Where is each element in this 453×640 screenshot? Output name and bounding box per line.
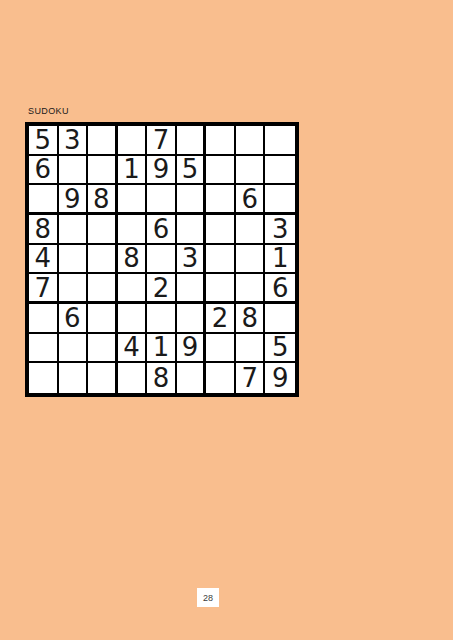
- sudoku-cell-r3c6: [177, 185, 207, 215]
- sudoku-cell-r6c1: 7: [29, 274, 59, 304]
- sudoku-cell-r5c8: [236, 245, 266, 275]
- sudoku-cell-r8c3: [88, 334, 118, 364]
- sudoku-cell-r8c8: [236, 334, 266, 364]
- document-page: SUDOKU 537619598686348317266284195879 28: [0, 0, 453, 640]
- sudoku-cell-r3c9: [265, 185, 295, 215]
- sudoku-cell-r4c1: 8: [29, 215, 59, 245]
- sudoku-cell-r2c3: [88, 156, 118, 186]
- sudoku-cell-r4c4: [118, 215, 148, 245]
- sudoku-cell-r8c1: [29, 334, 59, 364]
- sudoku-cell-r8c5: 1: [147, 334, 177, 364]
- sudoku-board: 537619598686348317266284195879: [25, 122, 299, 397]
- sudoku-cell-r9c4: [118, 363, 148, 393]
- sudoku-cell-r1c1: 5: [29, 126, 59, 156]
- sudoku-cell-r9c3: [88, 363, 118, 393]
- sudoku-cell-r6c9: 6: [265, 274, 295, 304]
- sudoku-cell-r6c2: [59, 274, 89, 304]
- sudoku-cell-r2c5: 9: [147, 156, 177, 186]
- sudoku-cell-r6c8: [236, 274, 266, 304]
- sudoku-cell-r8c7: [206, 334, 236, 364]
- sudoku-cell-r3c7: [206, 185, 236, 215]
- sudoku-cell-r5c5: [147, 245, 177, 275]
- sudoku-cell-r2c4: 1: [118, 156, 148, 186]
- sudoku-cell-r6c6: [177, 274, 207, 304]
- sudoku-cell-r5c9: 1: [265, 245, 295, 275]
- sudoku-cell-r1c2: 3: [59, 126, 89, 156]
- sudoku-cell-r7c2: 6: [59, 304, 89, 334]
- sudoku-cell-r9c9: 9: [265, 363, 295, 393]
- sudoku-cell-r4c8: [236, 215, 266, 245]
- sudoku-cell-r2c6: 5: [177, 156, 207, 186]
- sudoku-cell-r2c1: 6: [29, 156, 59, 186]
- sudoku-cell-r4c7: [206, 215, 236, 245]
- sudoku-cell-r9c6: [177, 363, 207, 393]
- sudoku-cell-r8c6: 9: [177, 334, 207, 364]
- sudoku-cell-r1c3: [88, 126, 118, 156]
- sudoku-cell-r3c8: 6: [236, 185, 266, 215]
- sudoku-cell-r6c5: 2: [147, 274, 177, 304]
- sudoku-cell-r2c2: [59, 156, 89, 186]
- sudoku-cell-r7c6: [177, 304, 207, 334]
- sudoku-cell-r9c2: [59, 363, 89, 393]
- sudoku-cell-r8c2: [59, 334, 89, 364]
- sudoku-cell-r5c7: [206, 245, 236, 275]
- sudoku-cell-r3c3: 8: [88, 185, 118, 215]
- sudoku-cell-r1c5: 7: [147, 126, 177, 156]
- sudoku-cell-r5c4: 8: [118, 245, 148, 275]
- sudoku-heading: SUDOKU: [28, 106, 69, 116]
- sudoku-cell-r8c4: 4: [118, 334, 148, 364]
- sudoku-cell-r4c3: [88, 215, 118, 245]
- sudoku-cell-r4c6: [177, 215, 207, 245]
- sudoku-cell-r9c5: 8: [147, 363, 177, 393]
- sudoku-cell-r6c3: [88, 274, 118, 304]
- sudoku-cell-r4c5: 6: [147, 215, 177, 245]
- sudoku-cell-r1c6: [177, 126, 207, 156]
- sudoku-cell-r3c5: [147, 185, 177, 215]
- sudoku-cell-r5c1: 4: [29, 245, 59, 275]
- sudoku-cell-r2c7: [206, 156, 236, 186]
- sudoku-cell-r8c9: 5: [265, 334, 295, 364]
- sudoku-cell-r5c2: [59, 245, 89, 275]
- sudoku-cell-r7c7: 2: [206, 304, 236, 334]
- sudoku-cell-r3c4: [118, 185, 148, 215]
- sudoku-cell-r2c8: [236, 156, 266, 186]
- sudoku-cell-r4c2: [59, 215, 89, 245]
- sudoku-cell-r7c4: [118, 304, 148, 334]
- sudoku-cell-r7c1: [29, 304, 59, 334]
- sudoku-cell-r1c9: [265, 126, 295, 156]
- sudoku-cell-r6c4: [118, 274, 148, 304]
- sudoku-cell-r3c2: 9: [59, 185, 89, 215]
- sudoku-cell-r7c5: [147, 304, 177, 334]
- sudoku-cell-r3c1: [29, 185, 59, 215]
- sudoku-cell-r4c9: 3: [265, 215, 295, 245]
- sudoku-cell-r1c4: [118, 126, 148, 156]
- sudoku-cell-r7c9: [265, 304, 295, 334]
- sudoku-cell-r2c9: [265, 156, 295, 186]
- sudoku-cell-r5c6: 3: [177, 245, 207, 275]
- sudoku-cell-r1c8: [236, 126, 266, 156]
- sudoku-cell-r9c7: [206, 363, 236, 393]
- sudoku-cell-r9c8: 7: [236, 363, 266, 393]
- sudoku-cell-r7c8: 8: [236, 304, 266, 334]
- sudoku-cell-r1c7: [206, 126, 236, 156]
- page-number-badge: 28: [197, 588, 219, 607]
- sudoku-cell-r6c7: [206, 274, 236, 304]
- sudoku-cell-r7c3: [88, 304, 118, 334]
- sudoku-cell-r5c3: [88, 245, 118, 275]
- sudoku-cell-r9c1: [29, 363, 59, 393]
